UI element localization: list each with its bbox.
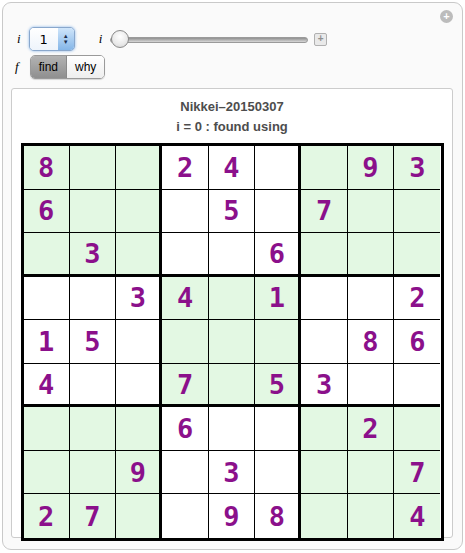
sudoku-board: 82493657363412158647536293727984 — [21, 143, 444, 541]
sudoku-cell-r8c3: 9 — [116, 451, 162, 495]
sudoku-cell-r3c9 — [394, 233, 440, 277]
slider-track[interactable] — [110, 37, 308, 43]
slider-expand-icon[interactable]: + — [314, 33, 327, 46]
status-line: i = 0 : found using — [12, 119, 452, 134]
sudoku-cell-r2c6 — [255, 190, 301, 234]
i-stepper[interactable]: 1 ▲▼ — [29, 27, 75, 51]
sudoku-cell-r1c8: 9 — [348, 146, 394, 190]
sudoku-cell-r4c3: 3 — [116, 277, 162, 321]
sudoku-cell-r2c9 — [394, 190, 440, 234]
sudoku-cell-r5c8: 8 — [348, 320, 394, 364]
sudoku-cell-r7c8: 2 — [348, 407, 394, 451]
sudoku-cell-r7c4: 6 — [162, 407, 208, 451]
plus-circle-icon[interactable]: + — [440, 10, 453, 23]
sudoku-cell-r6c5 — [209, 364, 255, 408]
sudoku-cell-r3c6: 6 — [255, 233, 301, 277]
sudoku-cell-r7c2 — [70, 407, 116, 451]
sudoku-cell-r7c5 — [209, 407, 255, 451]
sudoku-cell-r6c9 — [394, 364, 440, 408]
sudoku-cell-r4c9: 2 — [394, 277, 440, 321]
sudoku-cell-r7c1 — [24, 407, 70, 451]
sudoku-cell-r2c3 — [116, 190, 162, 234]
sudoku-cell-r5c5 — [209, 320, 255, 364]
sudoku-cell-r1c2 — [70, 146, 116, 190]
sudoku-cell-r1c3 — [116, 146, 162, 190]
sudoku-cell-r9c2: 7 — [70, 494, 116, 538]
sudoku-cell-r4c1 — [24, 277, 70, 321]
sudoku-cell-r6c8 — [348, 364, 394, 408]
sudoku-cell-r2c5: 5 — [209, 190, 255, 234]
sudoku-cell-r9c9: 4 — [394, 494, 440, 538]
f-setter-bar: find why — [30, 55, 106, 79]
sudoku-cell-r6c6: 5 — [255, 364, 301, 408]
sudoku-cell-r5c6 — [255, 320, 301, 364]
sudoku-cell-r3c2: 3 — [70, 233, 116, 277]
sudoku-cell-r4c6: 1 — [255, 277, 301, 321]
sudoku-cell-r2c7: 7 — [301, 190, 347, 234]
sudoku-cell-r6c1: 4 — [24, 364, 70, 408]
sudoku-cell-r6c4: 7 — [162, 364, 208, 408]
sudoku-cell-r4c7 — [301, 277, 347, 321]
manipulate-frame: + i 1 ▲▼ i + f find why Nikkei–20150307 … — [2, 2, 463, 550]
sudoku-cell-r9c5: 9 — [209, 494, 255, 538]
stepper-label: i — [17, 31, 21, 47]
sudoku-cell-r9c8 — [348, 494, 394, 538]
sudoku-cell-r7c3 — [116, 407, 162, 451]
sudoku-cell-r9c7 — [301, 494, 347, 538]
sudoku-cell-r8c8 — [348, 451, 394, 495]
sudoku-cell-r3c7 — [301, 233, 347, 277]
sudoku-cell-r5c1: 1 — [24, 320, 70, 364]
sudoku-cell-r3c4 — [162, 233, 208, 277]
sudoku-cell-r5c9: 6 — [394, 320, 440, 364]
sudoku-cell-r8c1 — [24, 451, 70, 495]
stepper-value: 1 — [30, 28, 58, 50]
sudoku-cell-r4c8 — [348, 277, 394, 321]
sudoku-cell-r6c7: 3 — [301, 364, 347, 408]
sudoku-cell-r5c2: 5 — [70, 320, 116, 364]
sudoku-cell-r2c2 — [70, 190, 116, 234]
sudoku-display-panel: Nikkei–20150307 i = 0 : found using 8249… — [11, 88, 453, 538]
sudoku-cell-r7c6 — [255, 407, 301, 451]
sudoku-cell-r9c1: 2 — [24, 494, 70, 538]
puzzle-title: Nikkei–20150307 — [12, 99, 452, 114]
sudoku-cell-r6c2 — [70, 364, 116, 408]
sudoku-cell-r1c9: 3 — [394, 146, 440, 190]
sudoku-cell-r8c6 — [255, 451, 301, 495]
sudoku-cell-r1c5: 4 — [209, 146, 255, 190]
sudoku-cell-r9c3 — [116, 494, 162, 538]
sudoku-cell-r7c9 — [394, 407, 440, 451]
setter-row: f find why — [15, 55, 105, 79]
i-slider[interactable] — [110, 30, 308, 48]
slider-thumb[interactable] — [111, 30, 129, 48]
sudoku-cell-r8c5: 3 — [209, 451, 255, 495]
setter-label: f — [15, 59, 19, 75]
sudoku-cell-r3c5 — [209, 233, 255, 277]
sudoku-cell-r8c4 — [162, 451, 208, 495]
sudoku-cell-r9c6: 8 — [255, 494, 301, 538]
sudoku-cell-r3c1 — [24, 233, 70, 277]
sudoku-cell-r5c3 — [116, 320, 162, 364]
sudoku-cell-r4c4: 4 — [162, 277, 208, 321]
sudoku-cell-r2c8 — [348, 190, 394, 234]
sudoku-cell-r9c4 — [162, 494, 208, 538]
sudoku-cell-r4c2 — [70, 277, 116, 321]
sudoku-cell-r1c6 — [255, 146, 301, 190]
sudoku-cell-r1c7 — [301, 146, 347, 190]
sudoku-cell-r1c4: 2 — [162, 146, 208, 190]
stepper-slider-row: i 1 ▲▼ i + — [17, 27, 327, 51]
slider-label: i — [99, 31, 103, 47]
sudoku-cell-r5c7 — [301, 320, 347, 364]
sudoku-cell-r8c2 — [70, 451, 116, 495]
find-button[interactable]: find — [31, 56, 67, 78]
sudoku-cell-r4c5 — [209, 277, 255, 321]
sudoku-cell-r6c3 — [116, 364, 162, 408]
sudoku-cell-r8c9: 7 — [394, 451, 440, 495]
sudoku-cell-r2c4 — [162, 190, 208, 234]
sudoku-cell-r1c1: 8 — [24, 146, 70, 190]
sudoku-cell-r8c7 — [301, 451, 347, 495]
sudoku-cell-r3c3 — [116, 233, 162, 277]
sudoku-cell-r2c1: 6 — [24, 190, 70, 234]
sudoku-cell-r3c8 — [348, 233, 394, 277]
sudoku-cell-r7c7 — [301, 407, 347, 451]
why-button[interactable]: why — [67, 56, 104, 78]
stepper-arrows-icon[interactable]: ▲▼ — [58, 28, 74, 50]
sudoku-cell-r5c4 — [162, 320, 208, 364]
